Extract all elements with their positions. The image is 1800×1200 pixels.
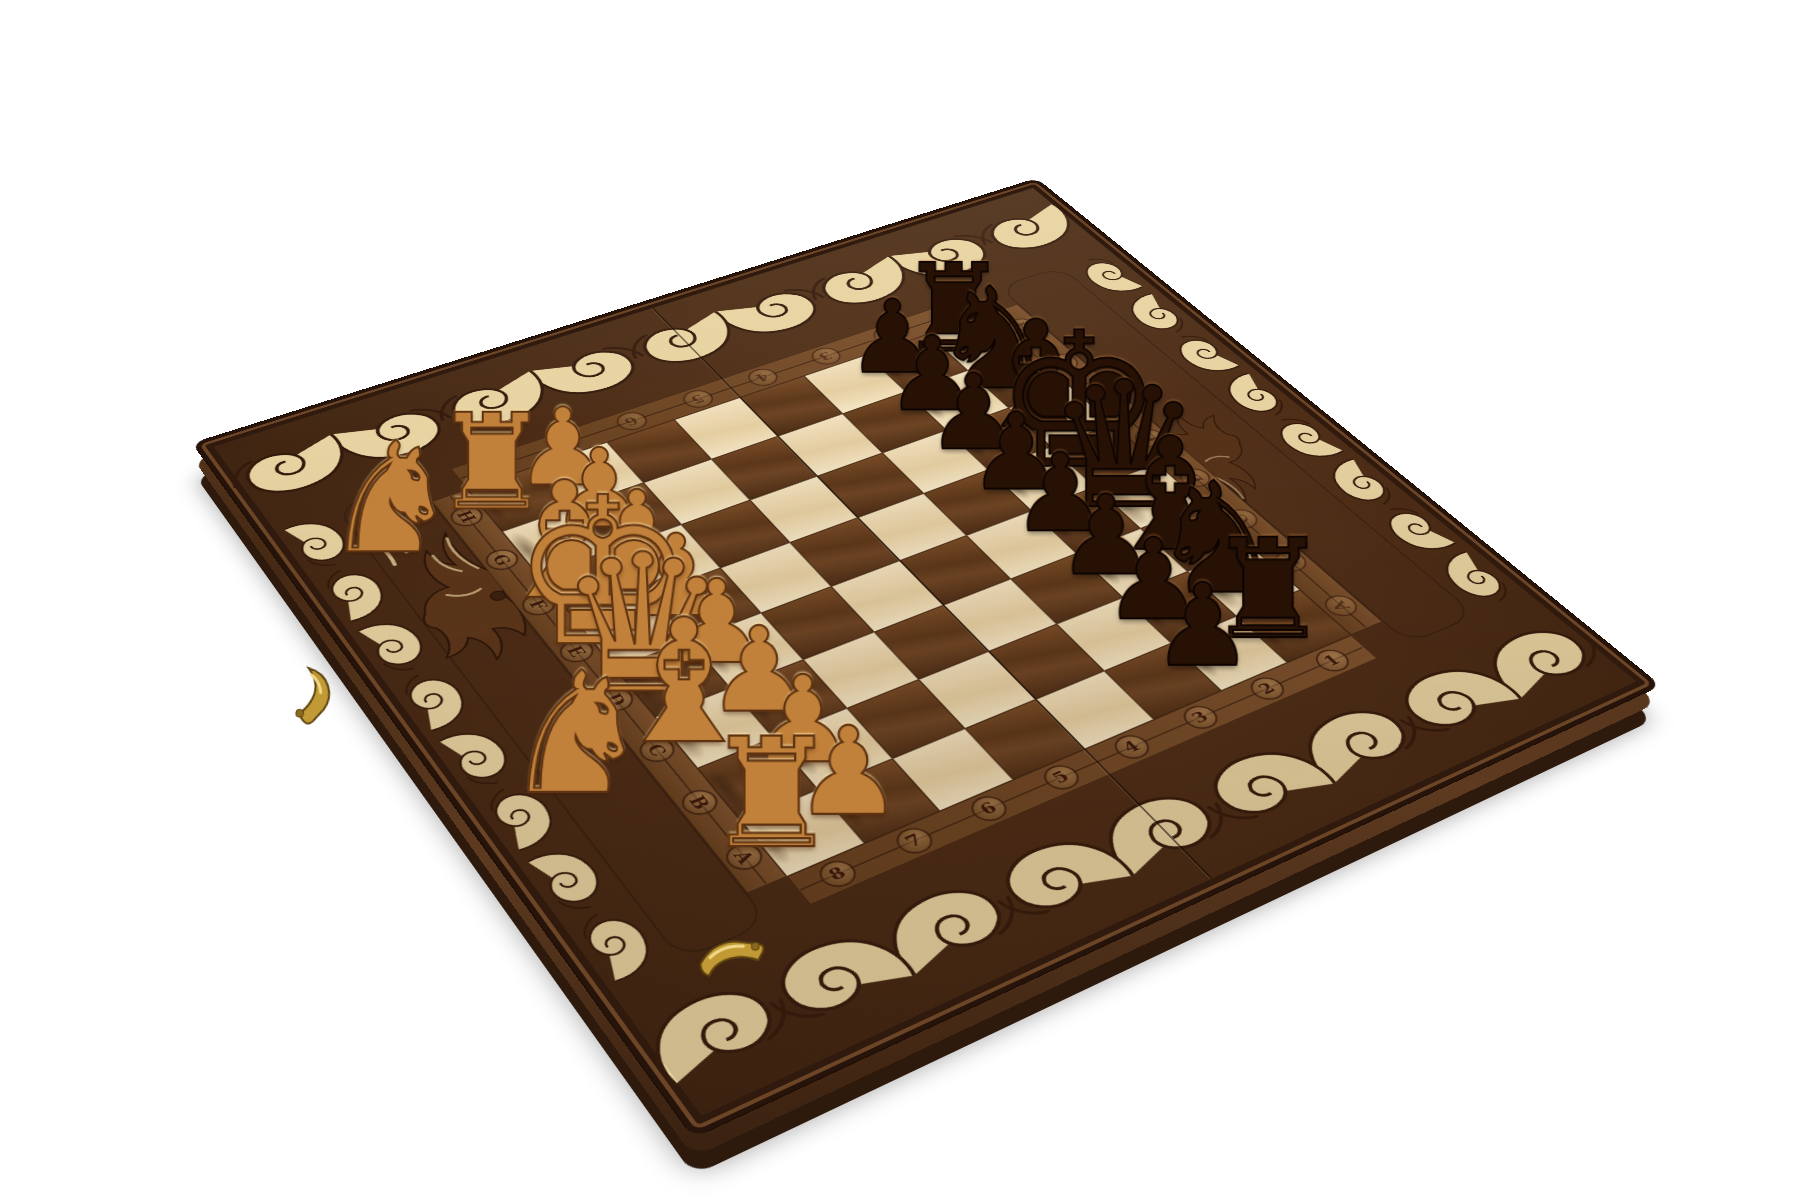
chess-board: HGFEDCBAHGFEDCBA1234567812345678 <box>192 178 1662 1139</box>
brass-latch-icon <box>690 925 774 988</box>
board-face: HGFEDCBAHGFEDCBA1234567812345678 <box>192 178 1662 1139</box>
scene-3d: HGFEDCBAHGFEDCBA1234567812345678 <box>0 0 1800 1200</box>
brass-latch-icon <box>281 659 353 733</box>
studio-photo: { "scene": { "description": "Handcrafted… <box>0 0 1800 1200</box>
